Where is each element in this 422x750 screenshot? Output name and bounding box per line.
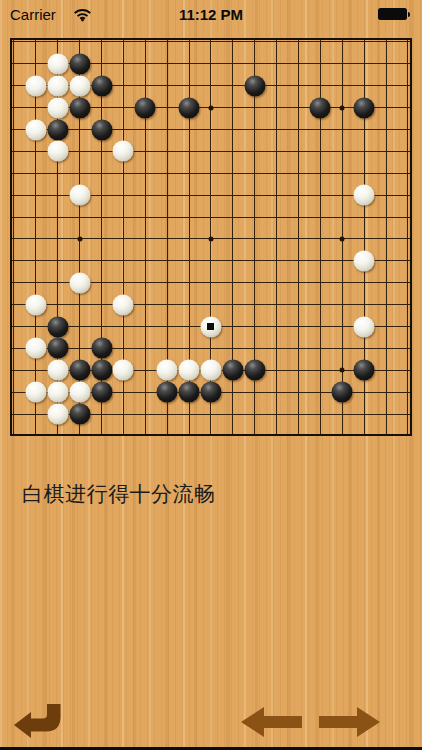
board-cell[interactable] [91, 337, 113, 359]
board-cell[interactable] [134, 316, 156, 338]
board-cell[interactable] [178, 184, 200, 206]
board-cell[interactable] [134, 294, 156, 316]
board-cell[interactable] [266, 359, 288, 381]
board-cell[interactable] [244, 97, 266, 119]
board-cell[interactable] [69, 97, 91, 119]
board-cell[interactable] [353, 38, 375, 53]
board-cell[interactable] [331, 425, 353, 436]
board-cell[interactable] [244, 316, 266, 338]
board-cell[interactable] [309, 228, 331, 250]
board-cell[interactable] [156, 206, 178, 228]
board-cell[interactable] [288, 425, 310, 436]
board-cell[interactable] [375, 206, 397, 228]
next-move-button[interactable] [319, 707, 380, 737]
board-cell[interactable] [353, 381, 375, 403]
board-cell[interactable] [156, 119, 178, 141]
board-cell[interactable] [47, 38, 69, 53]
board-cell[interactable] [222, 359, 244, 381]
board-cell[interactable] [244, 38, 266, 53]
board-cell[interactable] [112, 228, 134, 250]
board-cell[interactable] [112, 53, 134, 75]
board-cell[interactable] [288, 53, 310, 75]
board-cell[interactable] [309, 140, 331, 162]
board-cell[interactable] [91, 359, 113, 381]
board-cell[interactable] [69, 272, 91, 294]
board-cell[interactable] [134, 53, 156, 75]
board-cell[interactable] [222, 272, 244, 294]
board-cell[interactable] [266, 75, 288, 97]
board-cell[interactable] [222, 403, 244, 425]
board-cell[interactable] [134, 162, 156, 184]
board-cell[interactable] [309, 119, 331, 141]
board-cell[interactable] [134, 38, 156, 53]
board-cell[interactable] [309, 316, 331, 338]
board-cell[interactable] [331, 250, 353, 272]
board-cell[interactable] [353, 162, 375, 184]
board-cell[interactable] [288, 97, 310, 119]
board-cell[interactable] [69, 316, 91, 338]
board-cell[interactable] [25, 381, 47, 403]
board-cell[interactable] [134, 97, 156, 119]
board-cell[interactable] [10, 75, 25, 97]
board-cell[interactable] [309, 425, 331, 436]
board-cell[interactable] [91, 119, 113, 141]
board-cell[interactable] [47, 162, 69, 184]
board-cell[interactable] [200, 425, 222, 436]
board-cell[interactable] [266, 119, 288, 141]
board-cell[interactable] [288, 250, 310, 272]
board-cell[interactable] [156, 381, 178, 403]
board-cell[interactable] [222, 425, 244, 436]
board-cell[interactable] [178, 38, 200, 53]
board-cell[interactable] [244, 337, 266, 359]
board-cell[interactable] [222, 228, 244, 250]
board-cell[interactable] [200, 359, 222, 381]
board-cell[interactable] [10, 53, 25, 75]
board-cell[interactable] [112, 272, 134, 294]
board-cell[interactable] [178, 272, 200, 294]
board-cell[interactable] [397, 97, 412, 119]
board-cell[interactable] [25, 272, 47, 294]
board-cell[interactable] [91, 53, 113, 75]
board-cell[interactable] [91, 75, 113, 97]
board-cell[interactable] [266, 206, 288, 228]
board-cell[interactable] [10, 272, 25, 294]
board-cell[interactable] [309, 206, 331, 228]
board-cell[interactable] [112, 184, 134, 206]
previous-move-button[interactable] [241, 707, 302, 737]
board-cell[interactable] [10, 162, 25, 184]
board-cell[interactable] [178, 294, 200, 316]
board-cell[interactable] [25, 206, 47, 228]
board-cell[interactable] [25, 38, 47, 53]
board-cell[interactable] [178, 140, 200, 162]
board-cell[interactable] [91, 403, 113, 425]
board-cell[interactable] [222, 53, 244, 75]
board-cell[interactable] [47, 250, 69, 272]
board-cell[interactable] [288, 403, 310, 425]
board-cell[interactable] [331, 119, 353, 141]
board-cell[interactable] [200, 337, 222, 359]
board-cell[interactable] [222, 97, 244, 119]
board-cell[interactable] [178, 381, 200, 403]
board-cell[interactable] [91, 97, 113, 119]
board-cell[interactable] [47, 337, 69, 359]
board-cell[interactable] [10, 119, 25, 141]
board-cell[interactable] [309, 38, 331, 53]
board-cell[interactable] [178, 316, 200, 338]
board-cell[interactable] [47, 75, 69, 97]
board-cell[interactable] [397, 162, 412, 184]
board-cell[interactable] [397, 294, 412, 316]
board-cell[interactable] [397, 206, 412, 228]
board-cell[interactable] [309, 75, 331, 97]
board-cell[interactable] [112, 250, 134, 272]
board-cell[interactable] [47, 294, 69, 316]
board-cell[interactable] [91, 38, 113, 53]
board-cell[interactable] [266, 97, 288, 119]
board-cell[interactable] [331, 53, 353, 75]
board-cell[interactable] [375, 425, 397, 436]
board-cell[interactable] [266, 140, 288, 162]
board-cell[interactable] [134, 75, 156, 97]
board-cell[interactable] [353, 184, 375, 206]
board-cell[interactable] [266, 272, 288, 294]
board-cell[interactable] [309, 359, 331, 381]
board-cell[interactable] [375, 337, 397, 359]
board-cell[interactable] [397, 53, 412, 75]
board-cell[interactable] [69, 53, 91, 75]
board-cell[interactable] [156, 316, 178, 338]
board-cell[interactable] [134, 250, 156, 272]
board-cell[interactable] [134, 337, 156, 359]
board-cell[interactable] [200, 206, 222, 228]
board-cell[interactable] [91, 140, 113, 162]
board-cell[interactable] [288, 162, 310, 184]
board-cell[interactable] [309, 53, 331, 75]
board-cell[interactable] [25, 184, 47, 206]
board-cell[interactable] [69, 359, 91, 381]
board-cell[interactable] [200, 162, 222, 184]
board-cell[interactable] [288, 316, 310, 338]
back-button[interactable] [13, 699, 65, 741]
board-cell[interactable] [112, 337, 134, 359]
board-cell[interactable] [266, 316, 288, 338]
board-cell[interactable] [266, 337, 288, 359]
board-cell[interactable] [397, 228, 412, 250]
board-cell[interactable] [10, 294, 25, 316]
board-cell[interactable] [244, 272, 266, 294]
board-cell[interactable] [112, 75, 134, 97]
board-cell[interactable] [156, 140, 178, 162]
board-cell[interactable] [397, 250, 412, 272]
board-cell[interactable] [331, 228, 353, 250]
board-cell[interactable] [266, 294, 288, 316]
board-cell[interactable] [91, 272, 113, 294]
board-cell[interactable] [10, 316, 25, 338]
board-cell[interactable] [353, 228, 375, 250]
board-cell[interactable] [134, 119, 156, 141]
board-cell[interactable] [112, 97, 134, 119]
board-cell[interactable] [353, 272, 375, 294]
board-cell[interactable] [288, 184, 310, 206]
board-cell[interactable] [47, 184, 69, 206]
board-cell[interactable] [25, 53, 47, 75]
board-cell[interactable] [397, 119, 412, 141]
board-cell[interactable] [47, 140, 69, 162]
board-cell[interactable] [25, 97, 47, 119]
board-cell[interactable] [134, 403, 156, 425]
board-cell[interactable] [244, 425, 266, 436]
board-cell[interactable] [375, 162, 397, 184]
board-cell[interactable] [47, 119, 69, 141]
board-cell[interactable] [200, 316, 222, 338]
board-cell[interactable] [309, 403, 331, 425]
board-cell[interactable] [200, 272, 222, 294]
board-cell[interactable] [266, 162, 288, 184]
board-cell[interactable] [112, 119, 134, 141]
board-cell[interactable] [200, 403, 222, 425]
board-cell[interactable] [10, 140, 25, 162]
board-cell[interactable] [397, 403, 412, 425]
board-cell[interactable] [156, 359, 178, 381]
board-cell[interactable] [134, 381, 156, 403]
board-cell[interactable] [266, 184, 288, 206]
board-cell[interactable] [112, 359, 134, 381]
board-cell[interactable] [25, 425, 47, 436]
board-cell[interactable] [69, 75, 91, 97]
board-cell[interactable] [331, 75, 353, 97]
board-cell[interactable] [156, 272, 178, 294]
board-cell[interactable] [134, 140, 156, 162]
board-cell[interactable] [112, 38, 134, 53]
board-cell[interactable] [375, 140, 397, 162]
board-cell[interactable] [156, 162, 178, 184]
board-cell[interactable] [156, 425, 178, 436]
board-cell[interactable] [353, 97, 375, 119]
board-cell[interactable] [244, 75, 266, 97]
board-cell[interactable] [222, 206, 244, 228]
board-cell[interactable] [134, 272, 156, 294]
board-cell[interactable] [375, 228, 397, 250]
board-cell[interactable] [222, 162, 244, 184]
board-cell[interactable] [178, 53, 200, 75]
board-cell[interactable] [91, 316, 113, 338]
board-cell[interactable] [331, 162, 353, 184]
board-cell[interactable] [397, 140, 412, 162]
board-cell[interactable] [178, 403, 200, 425]
board-cell[interactable] [222, 184, 244, 206]
board-cell[interactable] [222, 140, 244, 162]
board-cell[interactable] [69, 184, 91, 206]
board-cell[interactable] [244, 119, 266, 141]
board-cell[interactable] [375, 294, 397, 316]
board-cell[interactable] [47, 403, 69, 425]
board-cell[interactable] [288, 337, 310, 359]
board-cell[interactable] [69, 38, 91, 53]
board-cell[interactable] [244, 250, 266, 272]
board-cell[interactable] [25, 228, 47, 250]
board-cell[interactable] [156, 184, 178, 206]
board-cell[interactable] [353, 294, 375, 316]
board-cell[interactable] [200, 119, 222, 141]
board-cell[interactable] [178, 228, 200, 250]
board-cell[interactable] [10, 403, 25, 425]
board-cell[interactable] [178, 97, 200, 119]
board-cell[interactable] [134, 359, 156, 381]
board-cell[interactable] [10, 38, 25, 53]
board-cell[interactable] [397, 272, 412, 294]
board-cell[interactable] [69, 206, 91, 228]
board-cell[interactable] [288, 272, 310, 294]
board-cell[interactable] [47, 206, 69, 228]
board-cell[interactable] [69, 337, 91, 359]
board-cell[interactable] [25, 294, 47, 316]
board-cell[interactable] [10, 184, 25, 206]
board-cell[interactable] [266, 381, 288, 403]
board-cell[interactable] [375, 359, 397, 381]
board-cell[interactable] [69, 162, 91, 184]
board-cell[interactable] [353, 250, 375, 272]
board-cell[interactable] [112, 140, 134, 162]
board-cell[interactable] [25, 403, 47, 425]
board-cell[interactable] [309, 162, 331, 184]
board-cell[interactable] [134, 228, 156, 250]
board-cell[interactable] [244, 359, 266, 381]
board-cell[interactable] [69, 119, 91, 141]
board-cell[interactable] [331, 184, 353, 206]
board-cell[interactable] [222, 381, 244, 403]
board-cell[interactable] [200, 228, 222, 250]
board-cell[interactable] [156, 337, 178, 359]
board-cell[interactable] [112, 316, 134, 338]
board-cell[interactable] [69, 403, 91, 425]
board-cell[interactable] [331, 294, 353, 316]
board-cell[interactable] [266, 38, 288, 53]
board-cell[interactable] [309, 337, 331, 359]
board-cell[interactable] [375, 272, 397, 294]
board-cell[interactable] [10, 381, 25, 403]
board-cell[interactable] [244, 162, 266, 184]
board-cell[interactable] [10, 250, 25, 272]
board-cell[interactable] [309, 272, 331, 294]
board-cell[interactable] [134, 425, 156, 436]
board-cell[interactable] [25, 316, 47, 338]
board-cell[interactable] [353, 206, 375, 228]
board-cell[interactable] [309, 97, 331, 119]
board-cell[interactable] [69, 250, 91, 272]
board-cell[interactable] [397, 381, 412, 403]
board-cell[interactable] [375, 119, 397, 141]
board-cell[interactable] [353, 53, 375, 75]
board-cell[interactable] [47, 359, 69, 381]
board-cell[interactable] [353, 359, 375, 381]
board-cell[interactable] [331, 206, 353, 228]
board-cell[interactable] [222, 38, 244, 53]
board-cell[interactable] [331, 316, 353, 338]
board-cell[interactable] [397, 184, 412, 206]
board-cell[interactable] [288, 359, 310, 381]
board-cell[interactable] [353, 316, 375, 338]
board-cell[interactable] [331, 97, 353, 119]
board-cell[interactable] [47, 53, 69, 75]
board-cell[interactable] [134, 206, 156, 228]
board-cell[interactable] [353, 425, 375, 436]
board-cell[interactable] [156, 250, 178, 272]
board-cell[interactable] [91, 294, 113, 316]
board-cell[interactable] [222, 294, 244, 316]
board-cell[interactable] [375, 403, 397, 425]
board-cell[interactable] [178, 75, 200, 97]
board-cell[interactable] [25, 75, 47, 97]
board-cell[interactable] [134, 184, 156, 206]
board-cell[interactable] [25, 250, 47, 272]
board-cell[interactable] [309, 381, 331, 403]
board-cell[interactable] [91, 228, 113, 250]
board-cell[interactable] [156, 403, 178, 425]
board-cell[interactable] [288, 206, 310, 228]
board-cell[interactable] [266, 250, 288, 272]
board-cell[interactable] [244, 53, 266, 75]
board-cell[interactable] [200, 184, 222, 206]
board-cell[interactable] [156, 38, 178, 53]
board-cell[interactable] [353, 403, 375, 425]
board-cell[interactable] [309, 250, 331, 272]
board-cell[interactable] [288, 75, 310, 97]
board-cell[interactable] [244, 294, 266, 316]
board-cell[interactable] [200, 294, 222, 316]
board-cell[interactable] [47, 228, 69, 250]
board-cell[interactable] [244, 206, 266, 228]
board-cell[interactable] [375, 381, 397, 403]
board-cell[interactable] [178, 162, 200, 184]
board-cell[interactable] [112, 425, 134, 436]
board-cell[interactable] [353, 75, 375, 97]
board-cell[interactable] [91, 250, 113, 272]
board-cell[interactable] [266, 425, 288, 436]
board-cell[interactable] [397, 75, 412, 97]
board-cell[interactable] [112, 294, 134, 316]
board-cell[interactable] [112, 162, 134, 184]
board-cell[interactable] [156, 53, 178, 75]
board-cell[interactable] [156, 97, 178, 119]
board-cell[interactable] [47, 272, 69, 294]
board-cell[interactable] [112, 403, 134, 425]
board-cell[interactable] [112, 206, 134, 228]
board-cell[interactable] [91, 381, 113, 403]
board-cell[interactable] [375, 75, 397, 97]
board-cell[interactable] [288, 294, 310, 316]
board-cell[interactable] [178, 359, 200, 381]
board-cell[interactable] [200, 38, 222, 53]
board-cell[interactable] [91, 206, 113, 228]
board-cell[interactable] [309, 184, 331, 206]
board-cell[interactable] [200, 75, 222, 97]
board-cell[interactable] [397, 359, 412, 381]
board-cell[interactable] [353, 140, 375, 162]
board-cell[interactable] [10, 97, 25, 119]
board-cell[interactable] [244, 184, 266, 206]
board-cell[interactable] [178, 119, 200, 141]
board-cell[interactable] [288, 228, 310, 250]
board-cell[interactable] [244, 403, 266, 425]
board-cell[interactable] [331, 140, 353, 162]
board-cell[interactable] [375, 316, 397, 338]
board-cell[interactable] [47, 97, 69, 119]
board-cell[interactable] [91, 425, 113, 436]
board-cell[interactable] [375, 38, 397, 53]
board-cell[interactable] [10, 228, 25, 250]
